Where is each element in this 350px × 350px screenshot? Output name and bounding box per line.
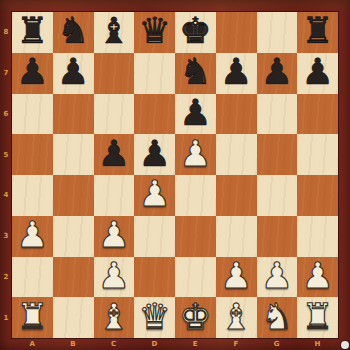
black-knight: ♞ <box>179 54 211 90</box>
black-rook: ♜ <box>16 13 48 49</box>
square-e6[interactable]: ♟ <box>175 94 216 135</box>
file-label-e: E <box>175 338 216 350</box>
square-c4[interactable] <box>94 175 135 216</box>
chess-board: ♜♞♝♛♚♜♟♟♞♟♟♟♟♟♟♟♟♟♟♟♟♟♟♜♝♛♚♝♞♜ <box>12 12 338 338</box>
square-f7[interactable]: ♟ <box>216 53 257 94</box>
black-pawn: ♟ <box>261 54 293 90</box>
square-d4[interactable]: ♟ <box>134 175 175 216</box>
black-pawn: ♟ <box>301 54 333 90</box>
square-h5[interactable] <box>297 134 338 175</box>
square-d5[interactable]: ♟ <box>134 134 175 175</box>
file-label-d: D <box>134 338 175 350</box>
square-a4[interactable] <box>12 175 53 216</box>
rank-label-5: 5 <box>0 134 12 175</box>
black-bishop: ♝ <box>98 13 130 49</box>
square-c5[interactable]: ♟ <box>94 134 135 175</box>
white-bishop: ♝ <box>98 299 130 335</box>
square-g2[interactable]: ♟ <box>257 257 298 298</box>
square-d8[interactable]: ♛ <box>134 12 175 53</box>
white-pawn: ♟ <box>98 258 130 294</box>
square-a7[interactable]: ♟ <box>12 53 53 94</box>
square-g8[interactable] <box>257 12 298 53</box>
white-rook: ♜ <box>301 299 333 335</box>
white-pawn: ♟ <box>301 258 333 294</box>
black-pawn: ♟ <box>138 136 170 172</box>
square-h1[interactable]: ♜ <box>297 297 338 338</box>
square-c1[interactable]: ♝ <box>94 297 135 338</box>
square-f2[interactable]: ♟ <box>216 257 257 298</box>
square-e8[interactable]: ♚ <box>175 12 216 53</box>
square-b6[interactable] <box>53 94 94 135</box>
white-pawn: ♟ <box>179 136 211 172</box>
square-e3[interactable] <box>175 216 216 257</box>
black-knight: ♞ <box>57 13 89 49</box>
file-label-c: C <box>94 338 135 350</box>
square-h7[interactable]: ♟ <box>297 53 338 94</box>
square-a3[interactable]: ♟ <box>12 216 53 257</box>
square-c6[interactable] <box>94 94 135 135</box>
square-g6[interactable] <box>257 94 298 135</box>
square-e7[interactable]: ♞ <box>175 53 216 94</box>
file-label-g: G <box>257 338 298 350</box>
file-label-b: B <box>53 338 94 350</box>
file-label-f: F <box>216 338 257 350</box>
black-pawn: ♟ <box>220 54 252 90</box>
file-label-h: H <box>297 338 338 350</box>
square-h6[interactable] <box>297 94 338 135</box>
rank-label-8: 8 <box>0 12 12 53</box>
black-pawn: ♟ <box>98 136 130 172</box>
black-pawn: ♟ <box>16 54 48 90</box>
square-f5[interactable] <box>216 134 257 175</box>
square-g7[interactable]: ♟ <box>257 53 298 94</box>
rank-label-3: 3 <box>0 216 12 257</box>
square-g5[interactable] <box>257 134 298 175</box>
square-a6[interactable] <box>12 94 53 135</box>
square-f3[interactable] <box>216 216 257 257</box>
square-b2[interactable] <box>53 257 94 298</box>
square-e1[interactable]: ♚ <box>175 297 216 338</box>
square-g4[interactable] <box>257 175 298 216</box>
square-e4[interactable] <box>175 175 216 216</box>
square-b7[interactable]: ♟ <box>53 53 94 94</box>
square-c7[interactable] <box>94 53 135 94</box>
black-king: ♚ <box>179 13 211 49</box>
square-c2[interactable]: ♟ <box>94 257 135 298</box>
file-labels: ABCDEFGH <box>12 338 338 350</box>
square-e2[interactable] <box>175 257 216 298</box>
square-f8[interactable] <box>216 12 257 53</box>
board-frame: 87654321 ABCDEFGH ♜♞♝♛♚♜♟♟♞♟♟♟♟♟♟♟♟♟♟♟♟♟… <box>0 0 350 350</box>
rank-label-1: 1 <box>0 297 12 338</box>
square-h2[interactable]: ♟ <box>297 257 338 298</box>
white-queen: ♛ <box>138 299 170 335</box>
rank-labels: 87654321 <box>0 12 12 338</box>
white-pawn: ♟ <box>220 258 252 294</box>
black-pawn: ♟ <box>179 95 211 131</box>
square-b3[interactable] <box>53 216 94 257</box>
square-b8[interactable]: ♞ <box>53 12 94 53</box>
square-g1[interactable]: ♞ <box>257 297 298 338</box>
square-c8[interactable]: ♝ <box>94 12 135 53</box>
square-d6[interactable] <box>134 94 175 135</box>
square-f4[interactable] <box>216 175 257 216</box>
square-a8[interactable]: ♜ <box>12 12 53 53</box>
square-b4[interactable] <box>53 175 94 216</box>
square-c3[interactable]: ♟ <box>94 216 135 257</box>
white-pawn: ♟ <box>98 217 130 253</box>
square-a1[interactable]: ♜ <box>12 297 53 338</box>
black-pawn: ♟ <box>57 54 89 90</box>
white-rook: ♜ <box>16 299 48 335</box>
black-queen: ♛ <box>138 13 170 49</box>
square-f1[interactable]: ♝ <box>216 297 257 338</box>
square-h3[interactable] <box>297 216 338 257</box>
square-d7[interactable] <box>134 53 175 94</box>
square-g3[interactable] <box>257 216 298 257</box>
file-label-a: A <box>12 338 53 350</box>
white-knight: ♞ <box>261 299 293 335</box>
square-h4[interactable] <box>297 175 338 216</box>
white-pawn: ♟ <box>16 217 48 253</box>
white-to-move-indicator <box>341 341 349 349</box>
square-b1[interactable] <box>53 297 94 338</box>
rank-label-7: 7 <box>0 53 12 94</box>
square-a5[interactable] <box>12 134 53 175</box>
square-d3[interactable] <box>134 216 175 257</box>
square-a2[interactable] <box>12 257 53 298</box>
black-rook: ♜ <box>301 13 333 49</box>
white-bishop: ♝ <box>220 299 252 335</box>
white-pawn: ♟ <box>138 176 170 212</box>
rank-label-2: 2 <box>0 257 12 298</box>
square-h8[interactable]: ♜ <box>297 12 338 53</box>
square-f6[interactable] <box>216 94 257 135</box>
square-d1[interactable]: ♛ <box>134 297 175 338</box>
white-pawn: ♟ <box>261 258 293 294</box>
square-e5[interactable]: ♟ <box>175 134 216 175</box>
square-d2[interactable] <box>134 257 175 298</box>
white-king: ♚ <box>179 299 211 335</box>
rank-label-4: 4 <box>0 175 12 216</box>
rank-label-6: 6 <box>0 94 12 135</box>
square-b5[interactable] <box>53 134 94 175</box>
